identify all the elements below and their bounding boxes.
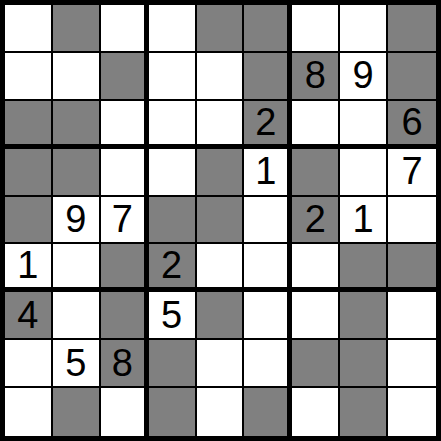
- cell-r9c7[interactable]: [292, 388, 340, 436]
- cell-r6c8[interactable]: [340, 244, 388, 292]
- cell-r5c9[interactable]: [388, 197, 436, 245]
- cell-r1c7[interactable]: [292, 5, 340, 53]
- cell-r8c9[interactable]: [388, 340, 436, 388]
- cell-r9c8[interactable]: [340, 388, 388, 436]
- cell-r9c2[interactable]: [53, 388, 101, 436]
- cell-r6c7[interactable]: [292, 244, 340, 292]
- cell-r1c4[interactable]: [149, 5, 197, 53]
- cell-r1c9[interactable]: [388, 5, 436, 53]
- cell-r2c8[interactable]: 9: [340, 53, 388, 101]
- cell-r5c8[interactable]: 1: [340, 197, 388, 245]
- cell-r8c5[interactable]: [197, 340, 245, 388]
- cell-r7c7[interactable]: [292, 292, 340, 340]
- cell-r7c2[interactable]: [53, 292, 101, 340]
- cell-r7c9[interactable]: [388, 292, 436, 340]
- cell-r7c1[interactable]: 4: [5, 292, 53, 340]
- cell-r1c1[interactable]: [5, 5, 53, 53]
- cell-r9c6[interactable]: [244, 388, 292, 436]
- cell-r1c5[interactable]: [197, 5, 245, 53]
- cell-r3c9[interactable]: 6: [388, 101, 436, 149]
- cell-r4c4[interactable]: [149, 149, 197, 197]
- cell-r8c8[interactable]: [340, 340, 388, 388]
- cell-r4c6[interactable]: 1: [244, 149, 292, 197]
- cell-r4c8[interactable]: [340, 149, 388, 197]
- cell-r9c1[interactable]: [5, 388, 53, 436]
- cell-r2c1[interactable]: [5, 53, 53, 101]
- cell-r7c4[interactable]: 5: [149, 292, 197, 340]
- cell-r5c2[interactable]: 9: [53, 197, 101, 245]
- cell-r8c1[interactable]: [5, 340, 53, 388]
- cell-r2c7[interactable]: 8: [292, 53, 340, 101]
- cell-r4c3[interactable]: [101, 149, 149, 197]
- cell-r1c6[interactable]: [244, 5, 292, 53]
- cell-r6c1[interactable]: 1: [5, 244, 53, 292]
- cell-r6c4[interactable]: 2: [149, 244, 197, 292]
- cell-r2c6[interactable]: [244, 53, 292, 101]
- cell-r2c9[interactable]: [388, 53, 436, 101]
- cell-r8c4[interactable]: [149, 340, 197, 388]
- cell-r3c7[interactable]: [292, 101, 340, 149]
- cell-r3c1[interactable]: [5, 101, 53, 149]
- cell-r2c5[interactable]: [197, 53, 245, 101]
- cell-r6c9[interactable]: [388, 244, 436, 292]
- cell-r8c3[interactable]: 8: [101, 340, 149, 388]
- cell-r4c9[interactable]: 7: [388, 149, 436, 197]
- cell-r3c2[interactable]: [53, 101, 101, 149]
- cell-r5c5[interactable]: [197, 197, 245, 245]
- cell-r3c4[interactable]: [149, 101, 197, 149]
- cell-r5c1[interactable]: [5, 197, 53, 245]
- cell-r4c5[interactable]: [197, 149, 245, 197]
- cell-r7c3[interactable]: [101, 292, 149, 340]
- cell-r3c5[interactable]: [197, 101, 245, 149]
- cell-r3c8[interactable]: [340, 101, 388, 149]
- cell-r9c4[interactable]: [149, 388, 197, 436]
- cell-r7c8[interactable]: [340, 292, 388, 340]
- sudoku-board: 8926179721124558: [0, 0, 441, 441]
- cell-r1c3[interactable]: [101, 5, 149, 53]
- cell-r5c6[interactable]: [244, 197, 292, 245]
- cell-r6c6[interactable]: [244, 244, 292, 292]
- cell-r5c7[interactable]: 2: [292, 197, 340, 245]
- cell-r2c3[interactable]: [101, 53, 149, 101]
- cell-r4c7[interactable]: [292, 149, 340, 197]
- cell-r4c2[interactable]: [53, 149, 101, 197]
- cell-r6c5[interactable]: [197, 244, 245, 292]
- cell-r2c4[interactable]: [149, 53, 197, 101]
- cell-r2c2[interactable]: [53, 53, 101, 101]
- cell-r3c3[interactable]: [101, 101, 149, 149]
- cell-r1c8[interactable]: [340, 5, 388, 53]
- cell-r6c3[interactable]: [101, 244, 149, 292]
- cell-r1c2[interactable]: [53, 5, 101, 53]
- cell-r3c6[interactable]: 2: [244, 101, 292, 149]
- cell-r7c6[interactable]: [244, 292, 292, 340]
- cell-r8c2[interactable]: 5: [53, 340, 101, 388]
- cell-r9c9[interactable]: [388, 388, 436, 436]
- cell-r8c6[interactable]: [244, 340, 292, 388]
- cell-r7c5[interactable]: [197, 292, 245, 340]
- cell-r9c3[interactable]: [101, 388, 149, 436]
- cell-r9c5[interactable]: [197, 388, 245, 436]
- cell-r6c2[interactable]: [53, 244, 101, 292]
- cell-r4c1[interactable]: [5, 149, 53, 197]
- cell-r5c4[interactable]: [149, 197, 197, 245]
- cell-r8c7[interactable]: [292, 340, 340, 388]
- cell-r5c3[interactable]: 7: [101, 197, 149, 245]
